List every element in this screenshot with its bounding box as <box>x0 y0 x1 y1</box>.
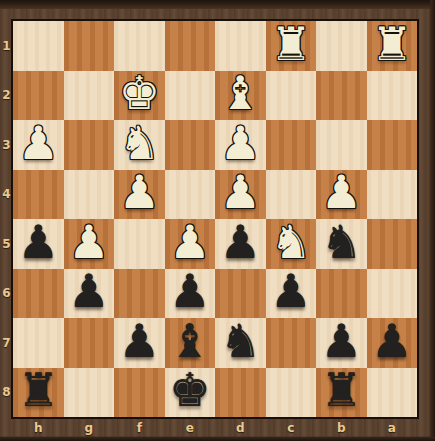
square-d2[interactable]: ♝ <box>215 71 266 121</box>
square-f8[interactable] <box>114 368 165 418</box>
rank-label-2: 2 <box>0 71 13 121</box>
square-h8[interactable]: ♜ <box>13 368 64 418</box>
file-label-d: d <box>215 418 266 437</box>
square-a2[interactable] <box>367 71 418 121</box>
square-b2[interactable] <box>316 71 367 121</box>
board: ♜♜♚♝♟♞♟♟♟♟♟♟♟♟♞♞♟♟♟♟♝♞♟♟♜♚♜ <box>11 19 419 419</box>
rank-label-8: 8 <box>0 368 13 418</box>
square-c3[interactable] <box>266 120 317 170</box>
square-c7[interactable] <box>266 318 317 368</box>
square-e4[interactable] <box>165 170 216 220</box>
square-a3[interactable] <box>367 120 418 170</box>
square-d6[interactable] <box>215 269 266 319</box>
rank-label-7: 7 <box>0 318 13 368</box>
piece-white-knight[interactable]: ♞ <box>270 219 311 265</box>
piece-white-pawn[interactable]: ♟ <box>220 120 261 166</box>
square-g5[interactable]: ♟ <box>64 219 115 269</box>
square-a4[interactable] <box>367 170 418 220</box>
square-a1[interactable]: ♜ <box>367 21 418 71</box>
square-e3[interactable] <box>165 120 216 170</box>
square-e1[interactable] <box>165 21 216 71</box>
piece-white-pawn[interactable]: ♟ <box>18 120 59 166</box>
square-h4[interactable] <box>13 170 64 220</box>
square-b5[interactable]: ♞ <box>316 219 367 269</box>
square-h6[interactable] <box>13 269 64 319</box>
piece-white-knight[interactable]: ♞ <box>119 120 160 166</box>
square-b6[interactable] <box>316 269 367 319</box>
square-e5[interactable]: ♟ <box>165 219 216 269</box>
square-c5[interactable]: ♞ <box>266 219 317 269</box>
piece-white-pawn[interactable]: ♟ <box>321 169 362 215</box>
square-c1[interactable]: ♜ <box>266 21 317 71</box>
piece-white-bishop[interactable]: ♝ <box>220 70 261 116</box>
piece-white-pawn[interactable]: ♟ <box>169 219 210 265</box>
piece-black-pawn[interactable]: ♟ <box>270 268 311 314</box>
file-label-h: h <box>13 418 64 437</box>
square-b7[interactable]: ♟ <box>316 318 367 368</box>
piece-black-knight[interactable]: ♞ <box>321 219 362 265</box>
square-f3[interactable]: ♞ <box>114 120 165 170</box>
piece-black-pawn[interactable]: ♟ <box>68 268 109 314</box>
piece-black-pawn[interactable]: ♟ <box>119 318 160 364</box>
piece-black-pawn[interactable]: ♟ <box>169 268 210 314</box>
square-a7[interactable]: ♟ <box>367 318 418 368</box>
piece-black-pawn[interactable]: ♟ <box>220 219 261 265</box>
square-g6[interactable]: ♟ <box>64 269 115 319</box>
square-e8[interactable]: ♚ <box>165 368 216 418</box>
square-f2[interactable]: ♚ <box>114 71 165 121</box>
square-c8[interactable] <box>266 368 317 418</box>
square-a8[interactable] <box>367 368 418 418</box>
square-f7[interactable]: ♟ <box>114 318 165 368</box>
file-label-c: c <box>266 418 317 437</box>
square-e7[interactable]: ♝ <box>165 318 216 368</box>
piece-black-pawn[interactable]: ♟ <box>321 318 362 364</box>
square-d5[interactable]: ♟ <box>215 219 266 269</box>
square-g3[interactable] <box>64 120 115 170</box>
piece-white-rook[interactable]: ♜ <box>371 21 412 67</box>
square-c6[interactable]: ♟ <box>266 269 317 319</box>
piece-white-pawn[interactable]: ♟ <box>68 219 109 265</box>
file-label-g: g <box>64 418 115 437</box>
square-e2[interactable] <box>165 71 216 121</box>
square-d3[interactable]: ♟ <box>215 120 266 170</box>
file-label-e: e <box>165 418 216 437</box>
square-h3[interactable]: ♟ <box>13 120 64 170</box>
square-b4[interactable]: ♟ <box>316 170 367 220</box>
piece-black-bishop[interactable]: ♝ <box>169 318 210 364</box>
file-label-b: b <box>316 418 367 437</box>
square-f5[interactable] <box>114 219 165 269</box>
piece-white-king[interactable]: ♚ <box>119 70 160 116</box>
square-d4[interactable]: ♟ <box>215 170 266 220</box>
piece-black-rook[interactable]: ♜ <box>321 367 362 413</box>
rank-label-5: 5 <box>0 219 13 269</box>
square-f1[interactable] <box>114 21 165 71</box>
square-b1[interactable] <box>316 21 367 71</box>
rank-label-6: 6 <box>0 269 13 319</box>
square-b8[interactable]: ♜ <box>316 368 367 418</box>
square-h2[interactable] <box>13 71 64 121</box>
rank-label-4: 4 <box>0 170 13 220</box>
file-label-a: a <box>367 418 418 437</box>
square-h1[interactable] <box>13 21 64 71</box>
square-h7[interactable] <box>13 318 64 368</box>
piece-black-knight[interactable]: ♞ <box>220 318 261 364</box>
wooden-frame: ♜♜♚♝♟♞♟♟♟♟♟♟♟♟♞♞♟♟♟♟♝♞♟♟♜♚♜ 12345678 hgf… <box>0 0 435 441</box>
piece-white-rook[interactable]: ♜ <box>270 21 311 67</box>
square-e6[interactable]: ♟ <box>165 269 216 319</box>
square-d1[interactable] <box>215 21 266 71</box>
frame-top-edge <box>0 0 435 9</box>
square-d8[interactable] <box>215 368 266 418</box>
square-d7[interactable]: ♞ <box>215 318 266 368</box>
file-label-f: f <box>114 418 165 437</box>
piece-black-pawn[interactable]: ♟ <box>371 318 412 364</box>
square-g1[interactable] <box>64 21 115 71</box>
square-c4[interactable] <box>266 170 317 220</box>
square-h5[interactable]: ♟ <box>13 219 64 269</box>
rank-label-1: 1 <box>0 21 13 71</box>
square-a6[interactable] <box>367 269 418 319</box>
rank-label-3: 3 <box>0 120 13 170</box>
square-g8[interactable] <box>64 368 115 418</box>
frame-right-edge <box>429 0 435 441</box>
square-b3[interactable] <box>316 120 367 170</box>
piece-white-pawn[interactable]: ♟ <box>220 169 261 215</box>
piece-black-pawn[interactable]: ♟ <box>18 219 59 265</box>
square-c2[interactable] <box>266 71 317 121</box>
square-g7[interactable] <box>64 318 115 368</box>
square-f4[interactable]: ♟ <box>114 170 165 220</box>
square-g4[interactable] <box>64 170 115 220</box>
piece-black-king[interactable]: ♚ <box>169 367 210 413</box>
piece-white-pawn[interactable]: ♟ <box>119 169 160 215</box>
square-f6[interactable] <box>114 269 165 319</box>
piece-black-rook[interactable]: ♜ <box>18 367 59 413</box>
square-a5[interactable] <box>367 219 418 269</box>
square-g2[interactable] <box>64 71 115 121</box>
